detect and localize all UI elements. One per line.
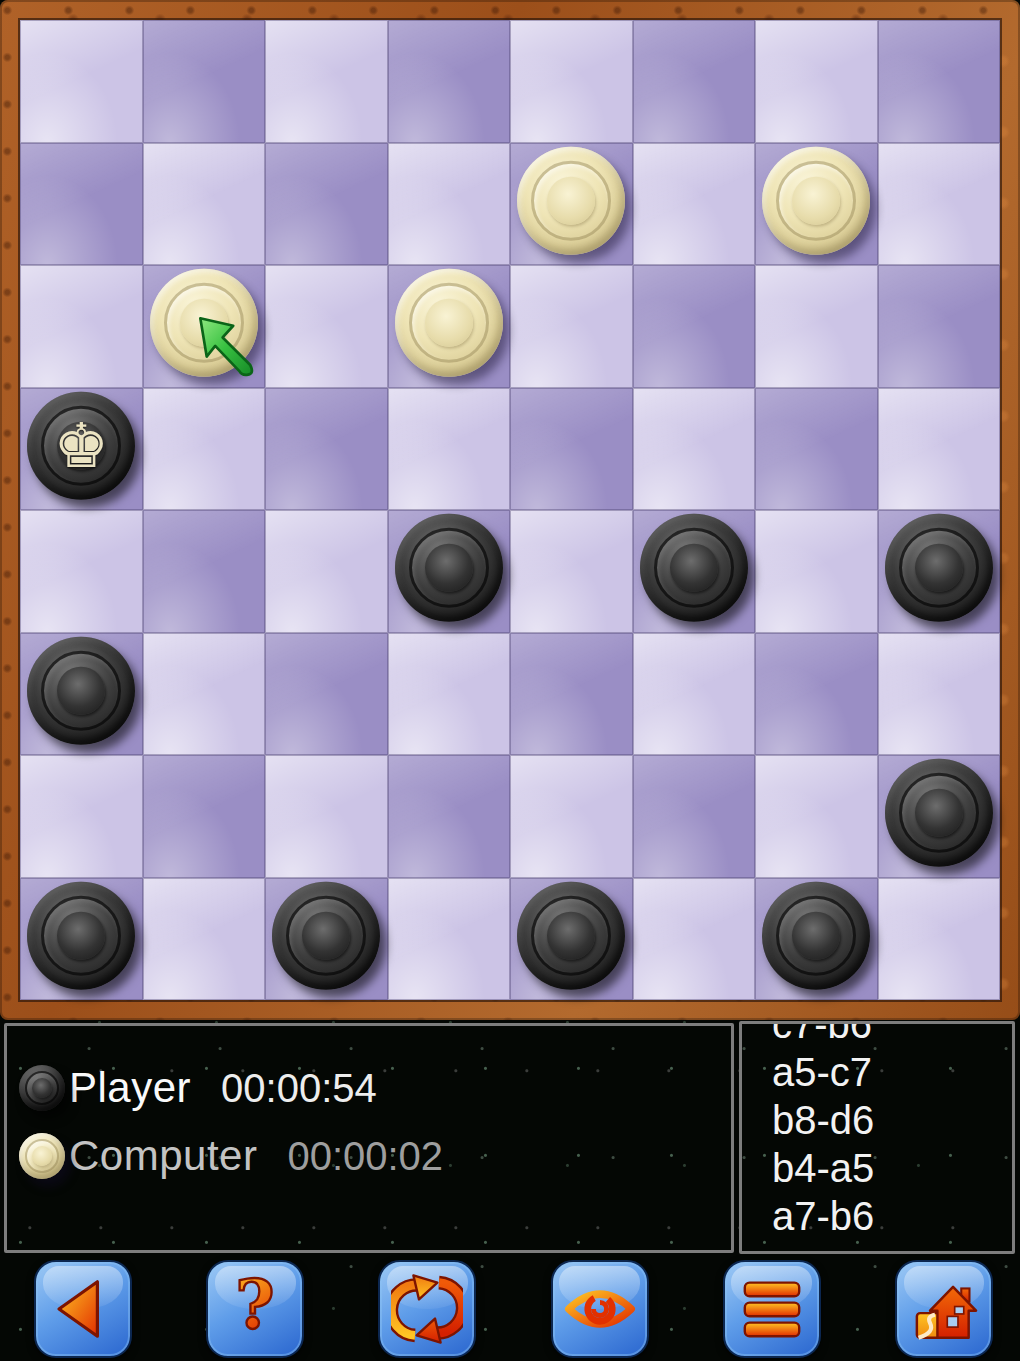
square-a2[interactable] — [20, 755, 143, 878]
square-e5[interactable] — [510, 388, 633, 511]
black-man[interactable] — [517, 882, 625, 990]
square-g2[interactable] — [755, 755, 878, 878]
toolbar: ? — [0, 1256, 1020, 1361]
square-h2[interactable] — [878, 755, 1001, 878]
square-c4[interactable] — [265, 510, 388, 633]
square-b8[interactable] — [143, 20, 266, 143]
king-crown-icon: ♚ — [27, 392, 135, 500]
move-entry: a7-b6 — [772, 1192, 1012, 1240]
undo-redo-button[interactable] — [378, 1260, 476, 1358]
square-b7[interactable] — [143, 143, 266, 266]
white-man[interactable] — [395, 269, 503, 377]
move-entry: c7-b6 — [772, 1021, 1012, 1048]
square-f7[interactable] — [633, 143, 756, 266]
black-man[interactable] — [272, 882, 380, 990]
board-frame: ♚ — [0, 0, 1020, 1020]
square-f8[interactable] — [633, 20, 756, 143]
square-d7[interactable] — [388, 143, 511, 266]
black-man[interactable] — [762, 882, 870, 990]
last-move-arrow-icon — [195, 313, 263, 381]
move-entry: b8-d6 — [772, 1096, 1012, 1144]
move-list: c7-b6a5-c7b8-d6b4-a5a7-b6 — [742, 1021, 1012, 1240]
square-c6[interactable] — [265, 265, 388, 388]
svg-text:?: ? — [236, 1273, 275, 1344]
square-h7[interactable] — [878, 143, 1001, 266]
square-g7[interactable] — [755, 143, 878, 266]
player-clock: 00:00:54 — [221, 1066, 377, 1111]
square-e7[interactable] — [510, 143, 633, 266]
square-e2[interactable] — [510, 755, 633, 878]
square-f1[interactable] — [633, 878, 756, 1001]
computer-piece-icon — [19, 1133, 65, 1179]
black-man[interactable] — [27, 882, 135, 990]
square-c3[interactable] — [265, 633, 388, 756]
square-c8[interactable] — [265, 20, 388, 143]
square-c1[interactable] — [265, 878, 388, 1001]
square-h3[interactable] — [878, 633, 1001, 756]
square-b2[interactable] — [143, 755, 266, 878]
square-b4[interactable] — [143, 510, 266, 633]
square-b1[interactable] — [143, 878, 266, 1001]
square-a6[interactable] — [20, 265, 143, 388]
square-g6[interactable] — [755, 265, 878, 388]
square-h5[interactable] — [878, 388, 1001, 511]
square-e3[interactable] — [510, 633, 633, 756]
move-entry: b4-a5 — [772, 1144, 1012, 1192]
square-f4[interactable] — [633, 510, 756, 633]
square-c5[interactable] — [265, 388, 388, 511]
computer-row: Computer 00:00:02 — [19, 1122, 731, 1190]
square-g4[interactable] — [755, 510, 878, 633]
square-h4[interactable] — [878, 510, 1001, 633]
square-e1[interactable] — [510, 878, 633, 1001]
player-piece-icon — [19, 1065, 65, 1111]
black-man[interactable] — [640, 514, 748, 622]
player-row: Player 00:00:54 — [19, 1054, 731, 1122]
black-man[interactable] — [395, 514, 503, 622]
square-h8[interactable] — [878, 20, 1001, 143]
eye-icon — [563, 1272, 637, 1346]
white-man[interactable] — [517, 147, 625, 255]
square-g3[interactable] — [755, 633, 878, 756]
square-d1[interactable] — [388, 878, 511, 1001]
players-panel: Player 00:00:54 Computer 00:00:02 — [4, 1023, 734, 1253]
home-button[interactable] — [895, 1260, 993, 1358]
checkers-app-screen: ♚ Player 00:00:54 Computer 00:00:02 c7-b… — [0, 0, 1020, 1361]
square-f3[interactable] — [633, 633, 756, 756]
square-e8[interactable] — [510, 20, 633, 143]
black-man[interactable] — [27, 637, 135, 745]
square-a7[interactable] — [20, 143, 143, 266]
black-man[interactable] — [885, 514, 993, 622]
square-a4[interactable] — [20, 510, 143, 633]
move-entry: a5-c7 — [772, 1048, 1012, 1096]
square-d3[interactable] — [388, 633, 511, 756]
square-e4[interactable] — [510, 510, 633, 633]
square-b5[interactable] — [143, 388, 266, 511]
square-f2[interactable] — [633, 755, 756, 878]
move-history-panel[interactable]: c7-b6a5-c7b8-d6b4-a5a7-b6 — [739, 1021, 1015, 1254]
square-d5[interactable] — [388, 388, 511, 511]
square-c7[interactable] — [265, 143, 388, 266]
menu-bars-icon — [736, 1273, 808, 1345]
square-d2[interactable] — [388, 755, 511, 878]
square-b3[interactable] — [143, 633, 266, 756]
board: ♚ — [20, 20, 1000, 1000]
computer-name: Computer — [69, 1132, 257, 1180]
black-man[interactable] — [885, 759, 993, 867]
cycle-arrows-icon — [391, 1273, 463, 1345]
square-c2[interactable] — [265, 755, 388, 878]
back-button[interactable] — [34, 1260, 132, 1358]
square-e6[interactable] — [510, 265, 633, 388]
home-icon — [907, 1272, 981, 1346]
square-f5[interactable] — [633, 388, 756, 511]
square-f6[interactable] — [633, 265, 756, 388]
black-king[interactable]: ♚ — [27, 392, 135, 500]
square-d8[interactable] — [388, 20, 511, 143]
computer-clock: 00:00:02 — [287, 1134, 443, 1179]
square-h1[interactable] — [878, 878, 1001, 1001]
square-g8[interactable] — [755, 20, 878, 143]
square-d4[interactable] — [388, 510, 511, 633]
player-name: Player — [69, 1064, 191, 1112]
square-g1[interactable] — [755, 878, 878, 1001]
square-g5[interactable] — [755, 388, 878, 511]
square-a8[interactable] — [20, 20, 143, 143]
white-man[interactable] — [762, 147, 870, 255]
question-icon: ? — [219, 1273, 291, 1345]
square-d6[interactable] — [388, 265, 511, 388]
menu-button[interactable] — [723, 1260, 821, 1358]
square-a1[interactable] — [20, 878, 143, 1001]
help-button[interactable]: ? — [206, 1260, 304, 1358]
back-icon — [47, 1273, 119, 1345]
square-a3[interactable] — [20, 633, 143, 756]
square-h6[interactable] — [878, 265, 1001, 388]
square-a5[interactable]: ♚ — [20, 388, 143, 511]
view-button[interactable] — [551, 1260, 649, 1358]
square-b6[interactable] — [143, 265, 266, 388]
